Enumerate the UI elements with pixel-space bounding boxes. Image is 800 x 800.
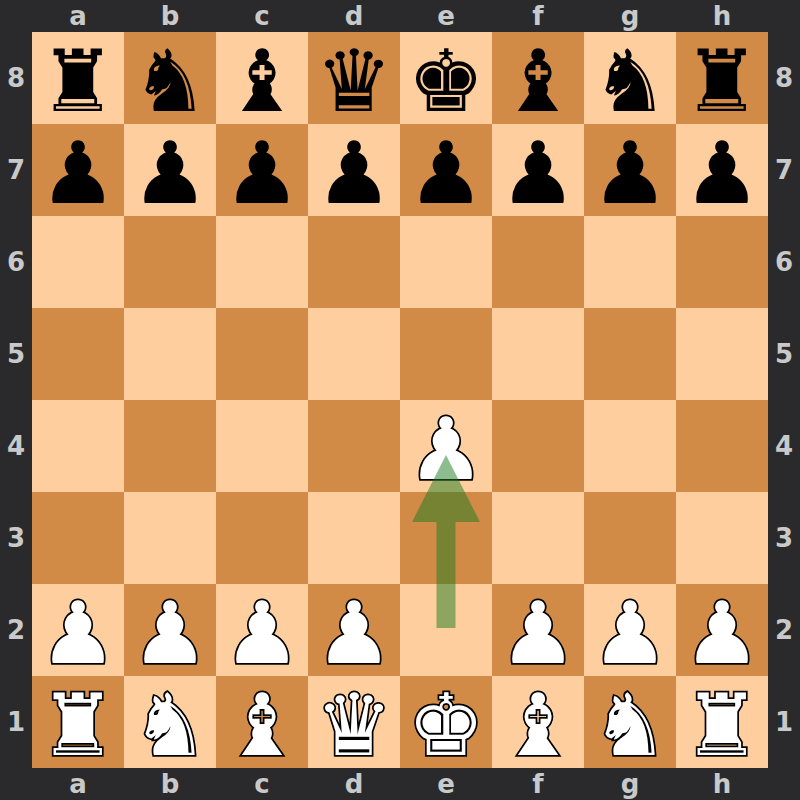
square-h1[interactable]: ♜ <box>676 676 768 768</box>
square-c3[interactable] <box>216 492 308 584</box>
square-d6[interactable] <box>308 216 400 308</box>
square-c2[interactable]: ♟ <box>216 584 308 676</box>
white-pawn[interactable]: ♟ <box>315 590 392 676</box>
white-knight[interactable]: ♞ <box>131 682 208 768</box>
square-d7[interactable]: ♟ <box>308 124 400 216</box>
file-labels-top: abcdefgh <box>32 0 768 32</box>
rank-label-4: 4 <box>0 400 32 492</box>
white-rook[interactable]: ♜ <box>39 682 116 768</box>
square-e2[interactable] <box>400 584 492 676</box>
black-pawn[interactable]: ♟ <box>223 130 300 216</box>
rank-label-3: 3 <box>0 492 32 584</box>
square-f7[interactable]: ♟ <box>492 124 584 216</box>
square-c8[interactable]: ♝ <box>216 32 308 124</box>
square-d5[interactable] <box>308 308 400 400</box>
square-a1[interactable]: ♜ <box>32 676 124 768</box>
file-label-a: a <box>32 0 124 32</box>
square-e4[interactable]: ♟ <box>400 400 492 492</box>
black-pawn[interactable]: ♟ <box>131 130 208 216</box>
square-c4[interactable] <box>216 400 308 492</box>
file-label-b: b <box>124 0 216 32</box>
white-pawn[interactable]: ♟ <box>683 590 760 676</box>
white-king[interactable]: ♚ <box>407 682 484 768</box>
square-d1[interactable]: ♛ <box>308 676 400 768</box>
square-g8[interactable]: ♞ <box>584 32 676 124</box>
square-a3[interactable] <box>32 492 124 584</box>
black-king[interactable]: ♚ <box>407 38 484 124</box>
file-label-f: f <box>492 0 584 32</box>
board-frame: abcdefgh 87654321 87654321 abcdefgh ♜♞♝♛… <box>0 0 800 800</box>
file-label-g: g <box>584 0 676 32</box>
square-g6[interactable] <box>584 216 676 308</box>
black-pawn[interactable]: ♟ <box>683 130 760 216</box>
rank-label-4: 4 <box>768 400 800 492</box>
square-f8[interactable]: ♝ <box>492 32 584 124</box>
square-h2[interactable]: ♟ <box>676 584 768 676</box>
square-e5[interactable] <box>400 308 492 400</box>
square-e3[interactable] <box>400 492 492 584</box>
black-rook[interactable]: ♜ <box>683 38 760 124</box>
square-g4[interactable] <box>584 400 676 492</box>
rank-label-5: 5 <box>0 308 32 400</box>
rank-label-2: 2 <box>0 584 32 676</box>
rank-label-3: 3 <box>768 492 800 584</box>
rank-labels-right: 87654321 <box>768 32 800 768</box>
white-queen[interactable]: ♛ <box>315 682 392 768</box>
rank-label-2: 2 <box>768 584 800 676</box>
rank-label-8: 8 <box>0 32 32 124</box>
white-rook[interactable]: ♜ <box>683 682 760 768</box>
square-c7[interactable]: ♟ <box>216 124 308 216</box>
square-h5[interactable] <box>676 308 768 400</box>
square-g5[interactable] <box>584 308 676 400</box>
square-d2[interactable]: ♟ <box>308 584 400 676</box>
square-d4[interactable] <box>308 400 400 492</box>
square-f5[interactable] <box>492 308 584 400</box>
black-pawn[interactable]: ♟ <box>315 130 392 216</box>
black-bishop[interactable]: ♝ <box>223 38 300 124</box>
white-pawn[interactable]: ♟ <box>131 590 208 676</box>
square-f1[interactable]: ♝ <box>492 676 584 768</box>
square-g3[interactable] <box>584 492 676 584</box>
square-c1[interactable]: ♝ <box>216 676 308 768</box>
square-g7[interactable]: ♟ <box>584 124 676 216</box>
square-g2[interactable]: ♟ <box>584 584 676 676</box>
square-h4[interactable] <box>676 400 768 492</box>
black-queen[interactable]: ♛ <box>315 38 392 124</box>
square-b8[interactable]: ♞ <box>124 32 216 124</box>
white-bishop[interactable]: ♝ <box>499 682 576 768</box>
file-label-e: e <box>400 0 492 32</box>
square-h7[interactable]: ♟ <box>676 124 768 216</box>
square-g1[interactable]: ♞ <box>584 676 676 768</box>
square-f2[interactable]: ♟ <box>492 584 584 676</box>
black-pawn[interactable]: ♟ <box>591 130 668 216</box>
black-bishop[interactable]: ♝ <box>499 38 576 124</box>
square-a2[interactable]: ♟ <box>32 584 124 676</box>
rank-label-7: 7 <box>768 124 800 216</box>
square-h6[interactable] <box>676 216 768 308</box>
square-b4[interactable] <box>124 400 216 492</box>
square-a7[interactable]: ♟ <box>32 124 124 216</box>
white-pawn[interactable]: ♟ <box>591 590 668 676</box>
square-b3[interactable] <box>124 492 216 584</box>
square-h3[interactable] <box>676 492 768 584</box>
black-rook[interactable]: ♜ <box>39 38 116 124</box>
white-pawn[interactable]: ♟ <box>39 590 116 676</box>
square-f6[interactable] <box>492 216 584 308</box>
rank-label-1: 1 <box>0 676 32 768</box>
square-h8[interactable]: ♜ <box>676 32 768 124</box>
square-a8[interactable]: ♜ <box>32 32 124 124</box>
square-d3[interactable] <box>308 492 400 584</box>
white-pawn[interactable]: ♟ <box>223 590 300 676</box>
square-a5[interactable] <box>32 308 124 400</box>
square-f3[interactable] <box>492 492 584 584</box>
square-c6[interactable] <box>216 216 308 308</box>
rank-label-6: 6 <box>768 216 800 308</box>
rank-label-8: 8 <box>768 32 800 124</box>
square-b1[interactable]: ♞ <box>124 676 216 768</box>
white-bishop[interactable]: ♝ <box>223 682 300 768</box>
square-b5[interactable] <box>124 308 216 400</box>
square-b7[interactable]: ♟ <box>124 124 216 216</box>
square-b2[interactable]: ♟ <box>124 584 216 676</box>
black-knight[interactable]: ♞ <box>591 38 668 124</box>
rank-label-7: 7 <box>0 124 32 216</box>
square-d8[interactable]: ♛ <box>308 32 400 124</box>
black-pawn[interactable]: ♟ <box>407 130 484 216</box>
square-f4[interactable] <box>492 400 584 492</box>
file-label-d: d <box>308 0 400 32</box>
black-knight[interactable]: ♞ <box>131 38 208 124</box>
square-e1[interactable]: ♚ <box>400 676 492 768</box>
rank-label-1: 1 <box>768 676 800 768</box>
square-a4[interactable] <box>32 400 124 492</box>
square-b6[interactable] <box>124 216 216 308</box>
square-a6[interactable] <box>32 216 124 308</box>
white-pawn[interactable]: ♟ <box>407 406 484 492</box>
rank-label-5: 5 <box>768 308 800 400</box>
black-pawn[interactable]: ♟ <box>499 130 576 216</box>
square-e7[interactable]: ♟ <box>400 124 492 216</box>
rank-labels-left: 87654321 <box>0 32 32 768</box>
white-knight[interactable]: ♞ <box>591 682 668 768</box>
file-label-c: c <box>216 0 308 32</box>
square-e8[interactable]: ♚ <box>400 32 492 124</box>
square-c5[interactable] <box>216 308 308 400</box>
rank-label-6: 6 <box>0 216 32 308</box>
square-e6[interactable] <box>400 216 492 308</box>
file-label-h: h <box>676 0 768 32</box>
white-pawn[interactable]: ♟ <box>499 590 576 676</box>
chessboard[interactable]: ♜♞♝♛♚♝♞♜♟♟♟♟♟♟♟♟♟♟♟♟♟♟♟♟♜♞♝♛♚♝♞♜ <box>32 32 768 768</box>
black-pawn[interactable]: ♟ <box>39 130 116 216</box>
